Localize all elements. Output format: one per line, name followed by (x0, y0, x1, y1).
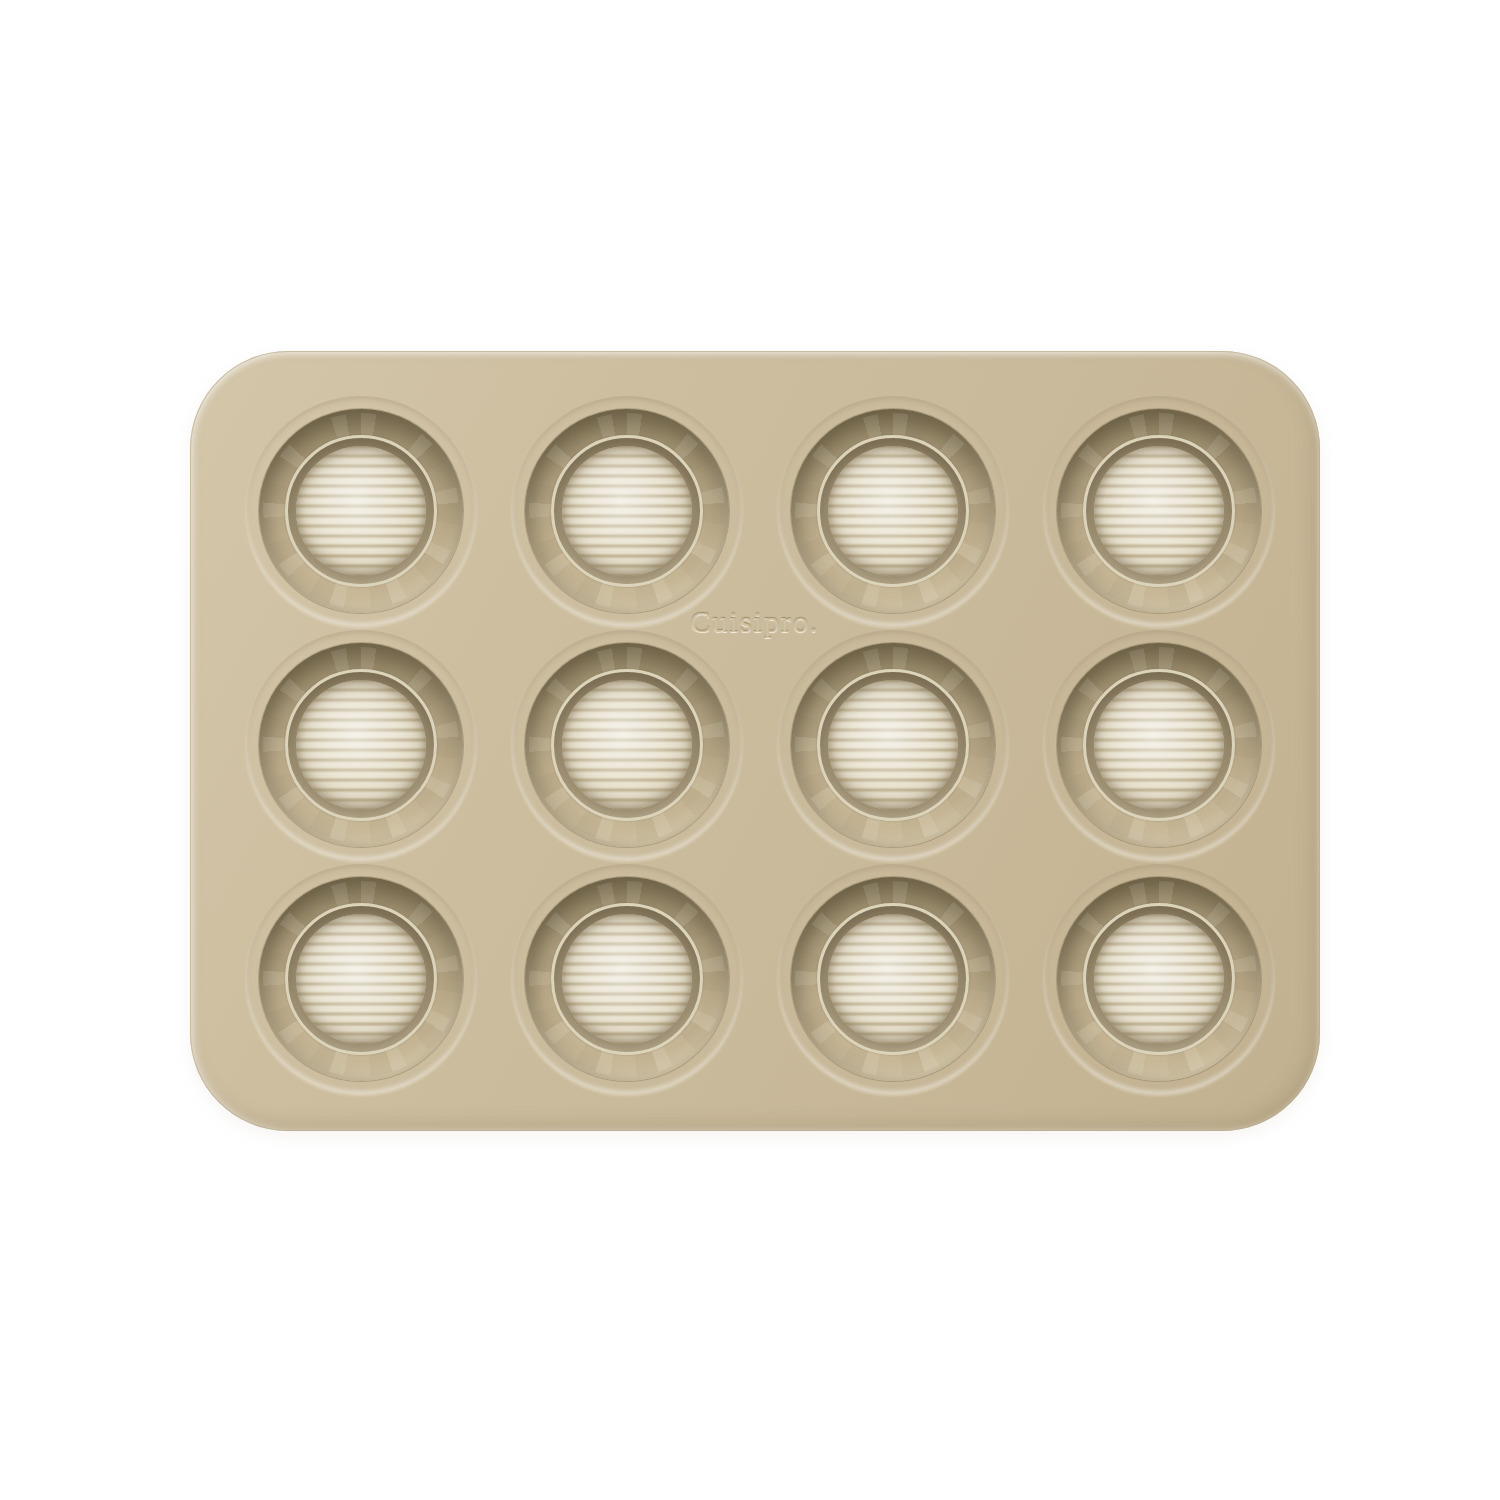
cup-inner-ring (551, 669, 703, 821)
cup-ribbed-dome (562, 680, 692, 810)
cup-ribbed-dome (828, 914, 958, 1044)
cup-well (525, 877, 729, 1081)
muffin-cup (1026, 862, 1292, 1096)
cup-well (791, 643, 995, 847)
cup-ribbed-dome (296, 914, 426, 1044)
cup-ribbed-dome (828, 446, 958, 576)
muffin-cup (760, 394, 1026, 628)
cup-ribbed-dome (828, 680, 958, 810)
cup-inner-ring (817, 435, 969, 587)
product-photo: Cuisipro. (0, 0, 1500, 1500)
cup-inner-ring (285, 435, 437, 587)
cup-ribbed-dome (296, 680, 426, 810)
muffin-cup (1026, 394, 1292, 628)
muffin-cup (760, 862, 1026, 1096)
cup-well (791, 409, 995, 613)
muffin-pan: Cuisipro. (190, 351, 1320, 1131)
muffin-cup (1026, 628, 1292, 862)
cup-well (1057, 877, 1261, 1081)
muffin-cup (494, 628, 760, 862)
cup-inner-ring (1083, 903, 1235, 1055)
cup-ribbed-dome (562, 914, 692, 1044)
cup-ribbed-dome (1094, 914, 1224, 1044)
cup-inner-ring (1083, 669, 1235, 821)
muffin-cup (494, 862, 760, 1096)
cup-well (525, 409, 729, 613)
cup-ribbed-dome (562, 446, 692, 576)
cup-inner-ring (817, 669, 969, 821)
muffin-cup (760, 628, 1026, 862)
muffin-cup (228, 862, 494, 1096)
muffin-cup (494, 394, 760, 628)
cup-well (259, 643, 463, 847)
cup-well (1057, 643, 1261, 847)
cup-inner-ring (1083, 435, 1235, 587)
cup-inner-ring (285, 903, 437, 1055)
muffin-cup (228, 628, 494, 862)
cup-well (791, 877, 995, 1081)
cup-ribbed-dome (1094, 680, 1224, 810)
cup-inner-ring (817, 903, 969, 1055)
cup-well (259, 877, 463, 1081)
cup-inner-ring (551, 903, 703, 1055)
cup-ribbed-dome (1094, 446, 1224, 576)
muffin-cup (228, 394, 494, 628)
brand-embossed-text: Cuisipro. (691, 605, 820, 639)
cup-well (259, 409, 463, 613)
cup-grid (228, 394, 1292, 1097)
cup-ribbed-dome (296, 446, 426, 576)
cup-well (525, 643, 729, 847)
cup-inner-ring (551, 435, 703, 587)
cup-inner-ring (285, 669, 437, 821)
cup-well (1057, 409, 1261, 613)
